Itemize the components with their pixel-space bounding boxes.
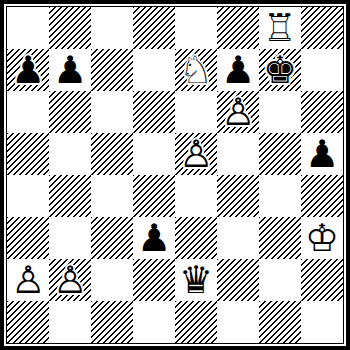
square-a2[interactable]: ♟♙: [7, 259, 49, 301]
square-a1[interactable]: [7, 301, 49, 343]
square-d7[interactable]: [133, 49, 175, 91]
white-pawn-b2: ♟♙: [49, 259, 91, 301]
piece-glyph-outline: ♙: [175, 133, 217, 175]
square-g3[interactable]: [259, 217, 301, 259]
chess-diagram: ♜♖♟♟♟♟♞♘♟♟♚♚♟♙♟♙♟♟♟♟♚♔♟♙♟♙♛♛: [0, 0, 350, 350]
square-f5[interactable]: [217, 133, 259, 175]
piece-glyph-outline: ♟: [133, 217, 175, 259]
piece-glyph-outline: ♟: [301, 133, 343, 175]
white-rook-g8: ♜♖: [259, 7, 301, 49]
square-g1[interactable]: [259, 301, 301, 343]
square-e7[interactable]: ♞♘: [175, 49, 217, 91]
piece-glyph-outline: ♟: [49, 49, 91, 91]
square-e6[interactable]: [175, 91, 217, 133]
square-a5[interactable]: [7, 133, 49, 175]
square-h1[interactable]: [301, 301, 343, 343]
square-h2[interactable]: [301, 259, 343, 301]
square-h3[interactable]: ♚♔: [301, 217, 343, 259]
square-e3[interactable]: [175, 217, 217, 259]
piece-glyph-outline: ♙: [217, 91, 259, 133]
square-a8[interactable]: [7, 7, 49, 49]
square-h6[interactable]: [301, 91, 343, 133]
square-f8[interactable]: [217, 7, 259, 49]
square-c5[interactable]: [91, 133, 133, 175]
white-king-h3: ♚♔: [301, 217, 343, 259]
square-c4[interactable]: [91, 175, 133, 217]
square-h5[interactable]: ♟♟: [301, 133, 343, 175]
square-e5[interactable]: ♟♙: [175, 133, 217, 175]
square-b6[interactable]: [49, 91, 91, 133]
square-a4[interactable]: [7, 175, 49, 217]
square-c8[interactable]: [91, 7, 133, 49]
black-pawn-b7: ♟♟: [49, 49, 91, 91]
square-h4[interactable]: [301, 175, 343, 217]
piece-glyph-outline: ♘: [175, 49, 217, 91]
square-g6[interactable]: [259, 91, 301, 133]
piece-glyph-outline: ♟: [7, 49, 49, 91]
square-f6[interactable]: ♟♙: [217, 91, 259, 133]
square-e2[interactable]: ♛♛: [175, 259, 217, 301]
chess-board: ♜♖♟♟♟♟♞♘♟♟♚♚♟♙♟♙♟♟♟♟♚♔♟♙♟♙♛♛: [6, 6, 344, 344]
piece-glyph-outline: ♙: [49, 259, 91, 301]
black-pawn-d3: ♟♟: [133, 217, 175, 259]
square-a3[interactable]: [7, 217, 49, 259]
square-b8[interactable]: [49, 7, 91, 49]
white-knight-e7: ♞♘: [175, 49, 217, 91]
piece-glyph-outline: ♖: [259, 7, 301, 49]
square-a7[interactable]: ♟♟: [7, 49, 49, 91]
square-d4[interactable]: [133, 175, 175, 217]
square-c1[interactable]: [91, 301, 133, 343]
square-f2[interactable]: [217, 259, 259, 301]
square-c2[interactable]: [91, 259, 133, 301]
square-g2[interactable]: [259, 259, 301, 301]
square-h8[interactable]: [301, 7, 343, 49]
square-c7[interactable]: [91, 49, 133, 91]
square-d6[interactable]: [133, 91, 175, 133]
white-pawn-f6: ♟♙: [217, 91, 259, 133]
black-pawn-h5: ♟♟: [301, 133, 343, 175]
square-c6[interactable]: [91, 91, 133, 133]
white-pawn-e5: ♟♙: [175, 133, 217, 175]
square-g8[interactable]: ♜♖: [259, 7, 301, 49]
square-b1[interactable]: [49, 301, 91, 343]
square-f4[interactable]: [217, 175, 259, 217]
square-b2[interactable]: ♟♙: [49, 259, 91, 301]
square-g5[interactable]: [259, 133, 301, 175]
square-e8[interactable]: [175, 7, 217, 49]
square-b7[interactable]: ♟♟: [49, 49, 91, 91]
square-a6[interactable]: [7, 91, 49, 133]
black-pawn-f7: ♟♟: [217, 49, 259, 91]
square-f1[interactable]: [217, 301, 259, 343]
square-b4[interactable]: [49, 175, 91, 217]
square-e1[interactable]: [175, 301, 217, 343]
piece-glyph-outline: ♚: [259, 49, 301, 91]
square-h7[interactable]: [301, 49, 343, 91]
black-king-g7: ♚♚: [259, 49, 301, 91]
square-g4[interactable]: [259, 175, 301, 217]
square-b3[interactable]: [49, 217, 91, 259]
square-f7[interactable]: ♟♟: [217, 49, 259, 91]
square-d8[interactable]: [133, 7, 175, 49]
piece-glyph-outline: ♛: [175, 259, 217, 301]
white-pawn-a2: ♟♙: [7, 259, 49, 301]
piece-glyph-outline: ♔: [301, 217, 343, 259]
black-queen-e2: ♛♛: [175, 259, 217, 301]
square-g7[interactable]: ♚♚: [259, 49, 301, 91]
piece-glyph-outline: ♟: [217, 49, 259, 91]
square-e4[interactable]: [175, 175, 217, 217]
square-b5[interactable]: [49, 133, 91, 175]
square-d5[interactable]: [133, 133, 175, 175]
square-d3[interactable]: ♟♟: [133, 217, 175, 259]
square-d1[interactable]: [133, 301, 175, 343]
square-f3[interactable]: [217, 217, 259, 259]
black-pawn-a7: ♟♟: [7, 49, 49, 91]
piece-glyph-outline: ♙: [7, 259, 49, 301]
square-d2[interactable]: [133, 259, 175, 301]
square-c3[interactable]: [91, 217, 133, 259]
